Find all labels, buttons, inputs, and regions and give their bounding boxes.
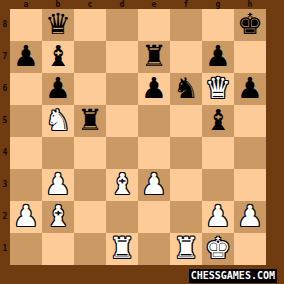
piece-white-queen[interactable]: ♛	[205, 72, 231, 104]
square-g4[interactable]	[202, 137, 234, 169]
square-d2[interactable]	[106, 201, 138, 233]
piece-white-pawn[interactable]: ♟	[13, 200, 39, 232]
square-a7[interactable]: ♟	[10, 41, 42, 73]
square-g6[interactable]: ♛	[202, 73, 234, 105]
piece-black-pawn[interactable]: ♟	[13, 40, 39, 72]
square-e6[interactable]: ♟	[138, 73, 170, 105]
piece-black-rook[interactable]: ♜	[77, 104, 103, 136]
square-b4[interactable]	[42, 137, 74, 169]
file-label-g: g	[202, 0, 234, 9]
square-c4[interactable]	[74, 137, 106, 169]
square-a8[interactable]	[10, 9, 42, 41]
square-g5[interactable]: ♝	[202, 105, 234, 137]
chessboard-frame: abcdefgh 87654321 ♛♚♟♝♜♟♟♟♞♛♟♞♜♝♟♝♟♟♝♟♟♜…	[0, 0, 284, 284]
square-g3[interactable]	[202, 169, 234, 201]
square-a2[interactable]: ♟	[10, 201, 42, 233]
square-c7[interactable]	[74, 41, 106, 73]
square-c6[interactable]	[74, 73, 106, 105]
piece-black-bishop[interactable]: ♝	[45, 40, 71, 72]
square-g8[interactable]	[202, 9, 234, 41]
rank-label-2: 2	[0, 201, 10, 233]
piece-black-king[interactable]: ♚	[237, 8, 263, 40]
piece-white-knight[interactable]: ♞	[45, 104, 71, 136]
piece-black-pawn[interactable]: ♟	[237, 72, 263, 104]
rank-labels: 87654321	[0, 9, 10, 265]
file-label-c: c	[74, 0, 106, 9]
square-e7[interactable]: ♜	[138, 41, 170, 73]
square-g1[interactable]: ♚	[202, 233, 234, 265]
piece-white-pawn[interactable]: ♟	[205, 200, 231, 232]
square-e4[interactable]	[138, 137, 170, 169]
square-a5[interactable]	[10, 105, 42, 137]
rank-label-6: 6	[0, 73, 10, 105]
square-b8[interactable]: ♛	[42, 9, 74, 41]
square-f3[interactable]	[170, 169, 202, 201]
file-label-e: e	[138, 0, 170, 9]
square-a3[interactable]	[10, 169, 42, 201]
piece-black-pawn[interactable]: ♟	[205, 40, 231, 72]
piece-white-pawn[interactable]: ♟	[141, 168, 167, 200]
square-b1[interactable]	[42, 233, 74, 265]
piece-white-rook[interactable]: ♜	[173, 232, 199, 264]
square-f8[interactable]	[170, 9, 202, 41]
square-d5[interactable]	[106, 105, 138, 137]
square-c2[interactable]	[74, 201, 106, 233]
piece-white-bishop[interactable]: ♝	[45, 200, 71, 232]
square-e8[interactable]	[138, 9, 170, 41]
square-d6[interactable]	[106, 73, 138, 105]
square-d4[interactable]	[106, 137, 138, 169]
square-c3[interactable]	[74, 169, 106, 201]
rank-label-7: 7	[0, 41, 10, 73]
square-f7[interactable]	[170, 41, 202, 73]
file-label-a: a	[10, 0, 42, 9]
rank-label-8: 8	[0, 9, 10, 41]
square-g2[interactable]: ♟	[202, 201, 234, 233]
piece-black-pawn[interactable]: ♟	[45, 72, 71, 104]
square-f6[interactable]: ♞	[170, 73, 202, 105]
square-h8[interactable]: ♚	[234, 9, 266, 41]
square-a6[interactable]	[10, 73, 42, 105]
square-b2[interactable]: ♝	[42, 201, 74, 233]
file-label-d: d	[106, 0, 138, 9]
square-d7[interactable]	[106, 41, 138, 73]
rank-label-1: 1	[0, 233, 10, 265]
square-b6[interactable]: ♟	[42, 73, 74, 105]
square-h3[interactable]	[234, 169, 266, 201]
piece-white-bishop[interactable]: ♝	[109, 168, 135, 200]
square-f1[interactable]: ♜	[170, 233, 202, 265]
square-e1[interactable]	[138, 233, 170, 265]
square-c5[interactable]: ♜	[74, 105, 106, 137]
square-h6[interactable]: ♟	[234, 73, 266, 105]
rank-label-5: 5	[0, 105, 10, 137]
rank-label-3: 3	[0, 169, 10, 201]
rank-label-4: 4	[0, 137, 10, 169]
square-g7[interactable]: ♟	[202, 41, 234, 73]
piece-black-bishop[interactable]: ♝	[205, 104, 231, 136]
square-c1[interactable]	[74, 233, 106, 265]
square-a4[interactable]	[10, 137, 42, 169]
square-e2[interactable]	[138, 201, 170, 233]
piece-white-rook[interactable]: ♜	[109, 232, 135, 264]
square-b3[interactable]: ♟	[42, 169, 74, 201]
square-f4[interactable]	[170, 137, 202, 169]
piece-white-king[interactable]: ♚	[205, 232, 231, 264]
square-a1[interactable]	[10, 233, 42, 265]
square-e3[interactable]: ♟	[138, 169, 170, 201]
square-h5[interactable]	[234, 105, 266, 137]
piece-white-pawn[interactable]: ♟	[237, 200, 263, 232]
square-d3[interactable]: ♝	[106, 169, 138, 201]
square-h1[interactable]	[234, 233, 266, 265]
square-b5[interactable]: ♞	[42, 105, 74, 137]
piece-black-rook[interactable]: ♜	[141, 40, 167, 72]
square-d1[interactable]: ♜	[106, 233, 138, 265]
square-h4[interactable]	[234, 137, 266, 169]
piece-black-knight[interactable]: ♞	[173, 72, 199, 104]
square-h7[interactable]	[234, 41, 266, 73]
square-h2[interactable]: ♟	[234, 201, 266, 233]
piece-black-queen[interactable]: ♛	[45, 8, 71, 40]
file-label-f: f	[170, 0, 202, 9]
square-c8[interactable]	[74, 9, 106, 41]
square-e5[interactable]	[138, 105, 170, 137]
chess-board: ♛♚♟♝♜♟♟♟♞♛♟♞♜♝♟♝♟♟♝♟♟♜♜♚	[10, 9, 266, 265]
square-f5[interactable]	[170, 105, 202, 137]
piece-black-pawn[interactable]: ♟	[141, 72, 167, 104]
square-d8[interactable]	[106, 9, 138, 41]
square-b7[interactable]: ♝	[42, 41, 74, 73]
chessgames-watermark: CHESSGAMES.COM	[189, 269, 277, 283]
square-f2[interactable]	[170, 201, 202, 233]
piece-white-pawn[interactable]: ♟	[45, 168, 71, 200]
